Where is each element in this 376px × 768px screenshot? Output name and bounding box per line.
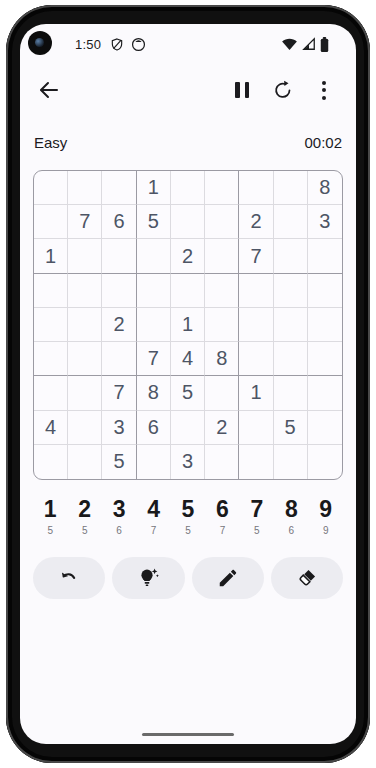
- cell-r2c5[interactable]: [171, 205, 205, 239]
- cell-r4c9[interactable]: [308, 274, 342, 308]
- cell-r6c4[interactable]: 7: [137, 342, 171, 376]
- numpad-digit: 5: [182, 498, 195, 521]
- numpad-remaining-count: 9: [323, 526, 329, 536]
- numpad-remaining-count: 6: [289, 526, 295, 536]
- phone-frame: 1:50: [6, 5, 370, 763]
- front-camera: [28, 31, 52, 55]
- undo-icon: [57, 566, 81, 590]
- timer-label: 00:02: [304, 134, 342, 151]
- cell-r4c1[interactable]: [34, 274, 68, 308]
- cell-r2c2[interactable]: 7: [68, 205, 102, 239]
- cell-r9c3[interactable]: 5: [102, 445, 136, 479]
- numpad-6[interactable]: 67: [205, 498, 239, 536]
- numpad-8[interactable]: 86: [274, 498, 308, 536]
- numpad-5[interactable]: 55: [171, 498, 205, 536]
- cell-r4c6[interactable]: [205, 274, 239, 308]
- numpad-remaining-count: 5: [47, 526, 53, 536]
- eraser-icon: [296, 567, 318, 589]
- numpad-digit: 9: [319, 498, 332, 521]
- cell-r8c9[interactable]: [308, 411, 342, 445]
- cell-r5c4[interactable]: [137, 308, 171, 342]
- numpad-digit: 6: [216, 498, 229, 521]
- cell-r1c2[interactable]: [68, 171, 102, 205]
- cell-r8c7[interactable]: [239, 411, 273, 445]
- cell-r7c8[interactable]: [274, 376, 308, 410]
- cell-r5c5[interactable]: 1: [171, 308, 205, 342]
- cell-r6c5[interactable]: 4: [171, 342, 205, 376]
- gesture-handle[interactable]: [142, 733, 234, 737]
- cellular-icon: [302, 37, 316, 51]
- cell-r3c1[interactable]: 1: [34, 239, 68, 273]
- cell-r7c7[interactable]: 1: [239, 376, 273, 410]
- numpad-2[interactable]: 25: [67, 498, 101, 536]
- cell-r3c6[interactable]: [205, 239, 239, 273]
- numpad-digit: 2: [78, 498, 91, 521]
- cell-r8c3[interactable]: 3: [102, 411, 136, 445]
- battery-icon: [320, 37, 329, 52]
- cell-r5c8[interactable]: [274, 308, 308, 342]
- cell-r4c5[interactable]: [171, 274, 205, 308]
- menu-button[interactable]: [312, 78, 336, 102]
- cell-r4c2[interactable]: [68, 274, 102, 308]
- pencil-button[interactable]: [192, 557, 264, 599]
- shield-icon: [110, 37, 124, 52]
- cell-r1c6[interactable]: [205, 171, 239, 205]
- cell-r5c3[interactable]: 2: [102, 308, 136, 342]
- cell-r2c7[interactable]: 2: [239, 205, 273, 239]
- hint-icon: [136, 566, 160, 590]
- screen: 1:50: [20, 24, 356, 744]
- numpad-digit: 7: [250, 498, 263, 521]
- eraser-button[interactable]: [271, 557, 343, 599]
- cell-r5c7[interactable]: [239, 308, 273, 342]
- cell-r1c1[interactable]: [34, 171, 68, 205]
- hint-button[interactable]: [112, 557, 184, 599]
- numpad-remaining-count: 5: [82, 526, 88, 536]
- cell-r2c9[interactable]: 3: [308, 205, 342, 239]
- cell-r3c2[interactable]: [68, 239, 102, 273]
- restart-icon: [272, 79, 294, 101]
- cell-r9c4[interactable]: [137, 445, 171, 479]
- numpad-7[interactable]: 75: [240, 498, 274, 536]
- numpad-1[interactable]: 15: [33, 498, 67, 536]
- pause-icon: [235, 82, 249, 98]
- cell-r4c8[interactable]: [274, 274, 308, 308]
- cell-r2c8[interactable]: [274, 205, 308, 239]
- numpad-4[interactable]: 47: [136, 498, 170, 536]
- cell-r4c4[interactable]: [137, 274, 171, 308]
- cell-r5c9[interactable]: [308, 308, 342, 342]
- cell-r8c2[interactable]: [68, 411, 102, 445]
- cell-r1c8[interactable]: [274, 171, 308, 205]
- cell-r8c4[interactable]: 6: [137, 411, 171, 445]
- dnd-icon: [131, 37, 146, 52]
- sudoku-board: 18765231272174878514362553: [33, 170, 343, 480]
- cell-r7c2[interactable]: [68, 376, 102, 410]
- cell-r6c7[interactable]: [239, 342, 273, 376]
- cell-r7c5[interactable]: 5: [171, 376, 205, 410]
- cell-r1c7[interactable]: [239, 171, 273, 205]
- cell-r2c1[interactable]: [34, 205, 68, 239]
- back-button[interactable]: [37, 78, 61, 102]
- cell-r1c9[interactable]: 8: [308, 171, 342, 205]
- cell-r1c4[interactable]: 1: [137, 171, 171, 205]
- numpad-remaining-count: 7: [151, 526, 157, 536]
- cell-r3c9[interactable]: [308, 239, 342, 273]
- cell-r2c3[interactable]: 6: [102, 205, 136, 239]
- cell-r6c2[interactable]: [68, 342, 102, 376]
- undo-button[interactable]: [33, 557, 105, 599]
- cell-r7c4[interactable]: 8: [137, 376, 171, 410]
- cell-r5c6[interactable]: [205, 308, 239, 342]
- numpad-digit: 1: [44, 498, 57, 521]
- numpad-digit: 4: [147, 498, 160, 521]
- cell-r4c3[interactable]: [102, 274, 136, 308]
- cell-r2c4[interactable]: 5: [137, 205, 171, 239]
- cell-r9c6[interactable]: [205, 445, 239, 479]
- cell-r9c1[interactable]: [34, 445, 68, 479]
- clock: 1:50: [75, 37, 101, 52]
- cell-r3c7[interactable]: 7: [239, 239, 273, 273]
- numpad-remaining-count: 5: [254, 526, 260, 536]
- cell-r9c9[interactable]: [308, 445, 342, 479]
- cell-r4c7[interactable]: [239, 274, 273, 308]
- numpad-remaining-count: 7: [220, 526, 226, 536]
- cell-r1c5[interactable]: [171, 171, 205, 205]
- cell-r8c8[interactable]: 5: [274, 411, 308, 445]
- pause-button[interactable]: [230, 78, 254, 102]
- cell-r5c2[interactable]: [68, 308, 102, 342]
- cell-r9c8[interactable]: [274, 445, 308, 479]
- numpad-3[interactable]: 36: [102, 498, 136, 536]
- cell-r9c2[interactable]: [68, 445, 102, 479]
- wifi-icon: [281, 37, 298, 51]
- numpad-digit: 3: [113, 498, 126, 521]
- numpad-digit: 8: [285, 498, 298, 521]
- cell-r8c5[interactable]: [171, 411, 205, 445]
- cell-r6c8[interactable]: [274, 342, 308, 376]
- cell-r6c3[interactable]: [102, 342, 136, 376]
- cell-r7c3[interactable]: 7: [102, 376, 136, 410]
- cell-r6c6[interactable]: 8: [205, 342, 239, 376]
- restart-button[interactable]: [271, 78, 295, 102]
- cell-r7c1[interactable]: [34, 376, 68, 410]
- cell-r8c6[interactable]: 2: [205, 411, 239, 445]
- numpad-9[interactable]: 99: [309, 498, 343, 536]
- numpad-remaining-count: 5: [185, 526, 191, 536]
- toolbar: [33, 557, 343, 599]
- cell-r7c6[interactable]: [205, 376, 239, 410]
- status-bar: 1:50: [20, 24, 356, 62]
- cell-r1c3[interactable]: [102, 171, 136, 205]
- pencil-icon: [217, 567, 239, 589]
- cell-r3c3[interactable]: [102, 239, 136, 273]
- cell-r9c5[interactable]: 3: [171, 445, 205, 479]
- cell-r5c1[interactable]: [34, 308, 68, 342]
- difficulty-label: Easy: [34, 134, 67, 151]
- cell-r9c7[interactable]: [239, 445, 273, 479]
- numpad-remaining-count: 6: [116, 526, 122, 536]
- cell-r6c9[interactable]: [308, 342, 342, 376]
- cell-r8c1[interactable]: 4: [34, 411, 68, 445]
- cell-r3c4[interactable]: [137, 239, 171, 273]
- kebab-menu-icon: [322, 81, 326, 100]
- info-bar: Easy 00:02: [20, 120, 356, 164]
- cell-r7c9[interactable]: [308, 376, 342, 410]
- cell-r3c8[interactable]: [274, 239, 308, 273]
- cell-r2c6[interactable]: [205, 205, 239, 239]
- cell-r6c1[interactable]: [34, 342, 68, 376]
- cell-r3c5[interactable]: 2: [171, 239, 205, 273]
- app-bar: [20, 62, 356, 118]
- number-pad: 152536475567758699: [33, 498, 343, 536]
